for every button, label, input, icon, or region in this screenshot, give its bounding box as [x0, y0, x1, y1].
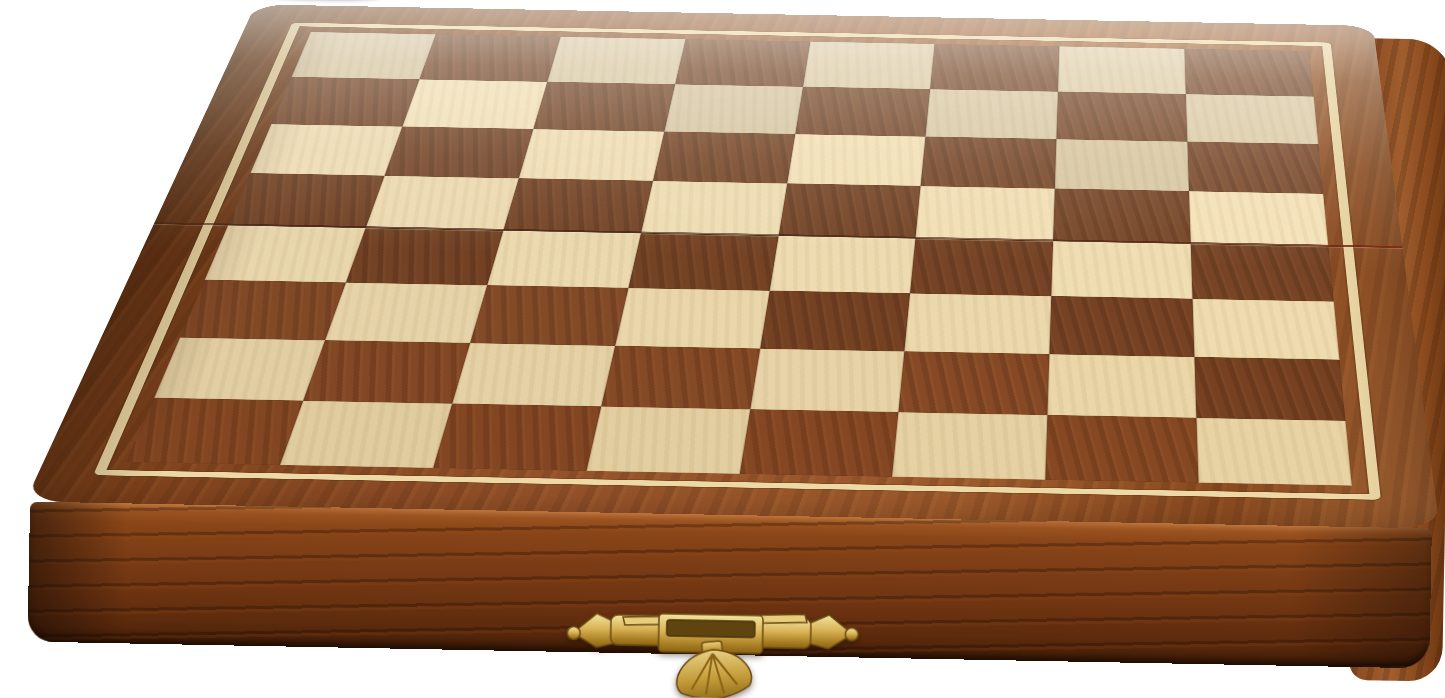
board-top-face — [25, 4, 1440, 528]
inlay-border — [93, 23, 1381, 500]
chess-board-box — [0, 0, 1445, 698]
brass-latch-icon — [562, 589, 864, 698]
